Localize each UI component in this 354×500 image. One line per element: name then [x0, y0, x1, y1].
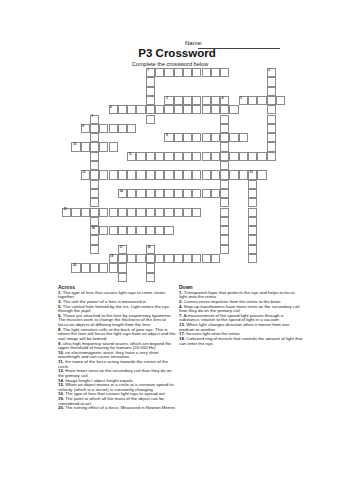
grid-cell[interactable] — [220, 124, 229, 133]
grid-cell[interactable] — [127, 124, 136, 133]
grid-cell[interactable] — [109, 142, 118, 151]
grid-cell[interactable] — [257, 152, 266, 161]
cell-number: 15 — [64, 208, 67, 211]
grid-cell[interactable] — [192, 152, 201, 161]
grid-cell[interactable] — [81, 142, 90, 151]
name-label: Name: — [185, 40, 203, 46]
grid-cell[interactable] — [155, 170, 164, 179]
grid-cell[interactable] — [202, 170, 211, 179]
grid-cell[interactable] — [248, 189, 257, 198]
grid-cell[interactable] — [127, 208, 136, 217]
grid-cell[interactable] — [118, 105, 127, 114]
grid-cell[interactable] — [164, 170, 173, 179]
grid-cell[interactable]: 11 — [127, 152, 136, 161]
grid-cell[interactable] — [183, 152, 192, 161]
cell-number: 14 — [119, 190, 122, 193]
grid-cell[interactable] — [164, 105, 173, 114]
grid-cell[interactable]: 2 — [267, 68, 276, 77]
grid-cell[interactable] — [220, 133, 229, 142]
grid-cell[interactable]: 14 — [118, 189, 127, 198]
grid-cell[interactable] — [267, 152, 276, 161]
cell-number: 1 — [147, 69, 149, 72]
grid-cell[interactable] — [81, 208, 90, 217]
grid-cell[interactable] — [109, 208, 118, 217]
grid-cell[interactable]: 6 — [109, 105, 118, 114]
grid-cell[interactable] — [248, 254, 257, 263]
grid-cell[interactable] — [90, 142, 99, 151]
grid-cell[interactable] — [192, 254, 201, 263]
cell-number: 5 — [240, 97, 242, 100]
grid-cell[interactable] — [248, 245, 257, 254]
grid-cell[interactable] — [146, 105, 155, 114]
grid-cell[interactable] — [136, 170, 145, 179]
grid-cell[interactable] — [202, 96, 211, 105]
grid-cell[interactable] — [146, 77, 155, 86]
grid-cell[interactable] — [90, 263, 99, 272]
clue-number: 11. — [58, 359, 65, 364]
grid-cell[interactable] — [220, 235, 229, 244]
clue-number: 19. — [58, 396, 65, 401]
grid-cell[interactable]: 8 — [81, 124, 90, 133]
grid-cell[interactable] — [146, 115, 155, 124]
grid-cell[interactable] — [136, 189, 145, 198]
grid-cell[interactable] — [146, 87, 155, 96]
grid-cell[interactable] — [267, 142, 276, 151]
clue-item: 18. Coloured ring of muscle that control… — [179, 337, 303, 346]
grid-cell[interactable] — [127, 189, 136, 198]
clue-number: 10. — [58, 350, 65, 355]
grid-cell[interactable] — [90, 180, 99, 189]
grid-cell[interactable] — [267, 105, 276, 114]
grid-cell[interactable] — [109, 263, 118, 272]
grid-cell[interactable] — [90, 217, 99, 226]
clue-number: 1. — [58, 290, 63, 295]
grid-cell[interactable] — [118, 263, 127, 272]
grid-cell[interactable] — [155, 226, 164, 235]
clue-number: 20. — [58, 405, 65, 410]
grid-cell[interactable] — [146, 263, 155, 272]
grid-cell[interactable]: 18 — [146, 245, 155, 254]
cell-number: 12 — [82, 171, 85, 174]
grid-cell[interactable] — [239, 133, 248, 142]
cell-number: 17 — [119, 246, 122, 249]
grid-cell[interactable] — [183, 68, 192, 77]
grid-cell[interactable] — [202, 68, 211, 77]
grid-cell[interactable] — [109, 226, 118, 235]
grid-cell[interactable] — [90, 198, 99, 207]
grid-cell[interactable] — [248, 235, 257, 244]
grid-cell[interactable] — [136, 152, 145, 161]
grid-cell[interactable] — [118, 208, 127, 217]
grid-cell[interactable] — [220, 115, 229, 124]
grid-cell[interactable] — [109, 124, 118, 133]
grid-cell[interactable] — [267, 77, 276, 86]
grid-cell[interactable]: 16 — [90, 226, 99, 235]
grid-cell[interactable] — [136, 105, 145, 114]
grid-cell[interactable] — [211, 254, 220, 263]
grid-cell[interactable] — [229, 170, 238, 179]
grid-cell[interactable] — [155, 189, 164, 198]
grid-cell[interactable] — [164, 208, 173, 217]
grid-cell[interactable] — [90, 245, 99, 254]
cell-number: 3 — [166, 97, 168, 100]
grid-cell[interactable] — [183, 170, 192, 179]
grid-cell[interactable]: 20 — [71, 263, 80, 272]
clue-number: 9. — [58, 341, 63, 346]
grid-cell[interactable] — [183, 208, 192, 217]
grid-cell[interactable] — [192, 170, 201, 179]
grid-cell[interactable] — [146, 96, 155, 105]
grid-cell[interactable] — [248, 208, 257, 217]
grid-cell[interactable] — [174, 189, 183, 198]
grid-cell[interactable] — [192, 208, 201, 217]
grid-cell[interactable] — [202, 105, 211, 114]
grid-cell[interactable] — [183, 105, 192, 114]
grid-cell[interactable] — [109, 170, 118, 179]
grid-cell[interactable] — [211, 189, 220, 198]
clue-number: 4. — [179, 304, 184, 309]
grid-cell[interactable] — [267, 124, 276, 133]
grid-cell[interactable] — [192, 189, 201, 198]
grid-cell[interactable] — [211, 105, 220, 114]
grid-cell[interactable] — [99, 226, 108, 235]
grid-cell[interactable] — [211, 133, 220, 142]
page-subtitle: Complete the crossword below — [0, 61, 340, 67]
grid-cell[interactable] — [220, 142, 229, 151]
down-heading: Down — [179, 285, 303, 290]
clue-number: 5. — [58, 304, 63, 309]
grid-cell[interactable] — [127, 105, 136, 114]
cell-number: 10 — [73, 143, 76, 146]
grid-cell[interactable] — [155, 208, 164, 217]
cell-number: 18 — [147, 246, 150, 249]
grid-cell[interactable]: 7 — [90, 115, 99, 124]
across-clues-section: Across 1. The type of lens that causes l… — [58, 285, 177, 411]
grid-cell[interactable] — [127, 254, 136, 263]
grid-cell[interactable] — [267, 96, 276, 105]
grid-cell[interactable] — [220, 208, 229, 217]
cell-number: 8 — [82, 125, 84, 128]
grid-cell[interactable]: 12 — [81, 170, 90, 179]
grid-cell[interactable] — [183, 254, 192, 263]
grid-cell[interactable] — [127, 170, 136, 179]
grid-cell[interactable] — [174, 68, 183, 77]
grid-cell[interactable] — [90, 235, 99, 244]
cell-number: 7 — [91, 115, 93, 118]
grid-cell[interactable] — [164, 254, 173, 263]
grid-cell[interactable] — [202, 133, 211, 142]
grid-cell[interactable] — [146, 170, 155, 179]
clue-number: 12. — [58, 368, 65, 373]
grid-cell[interactable] — [118, 170, 127, 179]
grid-cell[interactable] — [146, 226, 155, 235]
grid-cell[interactable] — [164, 226, 173, 235]
grid-cell[interactable] — [146, 208, 155, 217]
grid-cell[interactable] — [248, 180, 257, 189]
grid-cell[interactable] — [174, 152, 183, 161]
clue-number: 8. — [58, 327, 63, 332]
grid-cell[interactable] — [220, 180, 229, 189]
grid-cell[interactable] — [202, 189, 211, 198]
grid-cell[interactable] — [220, 170, 229, 179]
grid-cell[interactable] — [164, 189, 173, 198]
grid-cell[interactable] — [229, 133, 238, 142]
grid-cell[interactable] — [267, 87, 276, 96]
grid-cell[interactable] — [229, 105, 238, 114]
grid-cell[interactable] — [220, 245, 229, 254]
grid-cell[interactable] — [211, 96, 220, 105]
cell-number: 2 — [268, 69, 270, 72]
grid-cell[interactable] — [174, 96, 183, 105]
grid-cell[interactable]: 15 — [62, 208, 71, 217]
grid-cell[interactable] — [99, 208, 108, 217]
grid-cell[interactable]: 17 — [118, 245, 127, 254]
grid-cell[interactable] — [276, 96, 285, 105]
grid-cell[interactable] — [99, 170, 108, 179]
grid-cell[interactable] — [267, 115, 276, 124]
grid-cell[interactable]: 1 — [146, 68, 155, 77]
worksheet-page: Name: P3 Crossword Complete the crosswor… — [0, 0, 354, 500]
grid-cell[interactable] — [146, 189, 155, 198]
grid-cell[interactable] — [146, 273, 155, 282]
grid-cell[interactable]: 9 — [164, 133, 173, 142]
grid-cell[interactable] — [174, 254, 183, 263]
grid-cell[interactable] — [211, 68, 220, 77]
across-clue-list: 1. The type of lens that causes light ra… — [58, 291, 177, 411]
grid-cell[interactable] — [202, 254, 211, 263]
grid-cell[interactable] — [229, 152, 238, 161]
grid-cell[interactable] — [220, 161, 229, 170]
grid-cell[interactable] — [90, 208, 99, 217]
grid-cell[interactable] — [202, 152, 211, 161]
grid-cell[interactable] — [174, 105, 183, 114]
grid-cell[interactable] — [220, 226, 229, 235]
clue-number: 1. — [179, 290, 184, 295]
clue-number: 13. — [179, 322, 186, 327]
grid-cell[interactable] — [118, 254, 127, 263]
grid-cell[interactable] — [99, 263, 108, 272]
clue-item: 8. The light sensitive cells at the back… — [58, 328, 177, 342]
cell-number: 9 — [166, 134, 168, 137]
grid-cell[interactable] — [90, 133, 99, 142]
clue-number: 6. — [58, 313, 63, 318]
grid-cell[interactable] — [146, 152, 155, 161]
grid-cell[interactable] — [183, 96, 192, 105]
cell-number: 20 — [73, 264, 76, 267]
grid-cell[interactable] — [239, 152, 248, 161]
grid-cell[interactable]: 10 — [71, 142, 80, 151]
grid-cell[interactable] — [192, 105, 201, 114]
cell-number: 6 — [110, 106, 112, 109]
grid-cell[interactable] — [248, 226, 257, 235]
clue-number: 18. — [179, 336, 186, 341]
grid-cell[interactable] — [211, 170, 220, 179]
cell-number: 11 — [129, 153, 132, 156]
grid-cell[interactable] — [155, 254, 164, 263]
grid-cell[interactable]: 19 — [109, 254, 118, 263]
grid-cell[interactable] — [192, 68, 201, 77]
grid-cell[interactable] — [90, 152, 99, 161]
grid-cell[interactable]: 3 — [164, 96, 173, 105]
grid-cell[interactable] — [90, 161, 99, 170]
grid-cell[interactable] — [248, 96, 257, 105]
grid-cell[interactable] — [136, 254, 145, 263]
grid-cell[interactable] — [155, 152, 164, 161]
cell-number: 13 — [250, 171, 253, 174]
grid-cell[interactable] — [99, 124, 108, 133]
grid-cell[interactable] — [239, 170, 248, 179]
clue-number: 7. — [179, 313, 184, 318]
grid-cell[interactable] — [155, 68, 164, 77]
grid-cell[interactable] — [136, 226, 145, 235]
clue-number: 15. — [58, 382, 65, 387]
page-title: P3 Crossword — [0, 47, 354, 59]
grid-cell[interactable] — [220, 198, 229, 207]
grid-cell[interactable] — [248, 198, 257, 207]
grid-cell[interactable] — [183, 133, 192, 142]
grid-cell[interactable] — [81, 263, 90, 272]
across-heading: Across — [58, 285, 177, 290]
grid-cell[interactable] — [220, 189, 229, 198]
grid-cell[interactable] — [174, 208, 183, 217]
cell-number: 19 — [110, 255, 113, 258]
grid-cell[interactable] — [248, 217, 257, 226]
grid-cell[interactable] — [118, 124, 127, 133]
grid-cell[interactable] — [99, 142, 108, 151]
grid-cell[interactable] — [71, 208, 80, 217]
grid-cell[interactable] — [220, 105, 229, 114]
grid-cell[interactable] — [248, 152, 257, 161]
grid-cell[interactable] — [164, 152, 173, 161]
clue-item: 20. The turning effect of a force. Measu… — [58, 406, 177, 411]
grid-cell[interactable] — [90, 170, 99, 179]
grid-cell[interactable] — [164, 68, 173, 77]
grid-cell[interactable] — [90, 124, 99, 133]
grid-cell[interactable] — [192, 133, 201, 142]
grid-cell[interactable] — [146, 254, 155, 263]
grid-cell[interactable] — [257, 96, 266, 105]
grid-cell[interactable] — [220, 217, 229, 226]
grid-cell[interactable] — [127, 226, 136, 235]
down-clue-list: 1. Transparent layer that protects the e… — [179, 291, 303, 347]
cell-number: 16 — [91, 227, 94, 230]
grid-cell[interactable] — [192, 96, 201, 105]
grid-cell[interactable] — [220, 152, 229, 161]
grid-cell[interactable] — [267, 133, 276, 142]
grid-cell[interactable]: 5 — [239, 96, 248, 105]
grid-cell[interactable] — [257, 170, 266, 179]
grid-cell[interactable] — [183, 189, 192, 198]
down-clues-section: Down 1. Transparent layer that protects … — [179, 285, 303, 346]
grid-cell[interactable] — [118, 226, 127, 235]
grid-cell[interactable] — [136, 208, 145, 217]
grid-cell[interactable] — [174, 170, 183, 179]
grid-cell[interactable] — [90, 189, 99, 198]
grid-cell[interactable] — [174, 133, 183, 142]
grid-cell[interactable]: 4 — [220, 96, 229, 105]
grid-cell[interactable] — [118, 273, 127, 282]
grid-cell[interactable] — [155, 105, 164, 114]
clue-item: 6. These are attached to the lens by sus… — [58, 314, 177, 328]
grid-cell[interactable] — [211, 152, 220, 161]
cell-number: 4 — [222, 97, 224, 100]
grid-cell[interactable]: 13 — [248, 170, 257, 179]
grid-cell[interactable] — [220, 68, 229, 77]
